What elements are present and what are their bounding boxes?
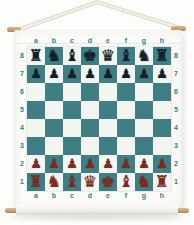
square-d2[interactable]: ♟ — [81, 155, 99, 173]
square-d3[interactable] — [81, 137, 99, 155]
square-f3[interactable] — [117, 137, 135, 155]
piece-red-pawn[interactable]: ♟ — [99, 155, 117, 173]
piece-red-bishop[interactable]: ♝ — [117, 173, 135, 191]
piece-black-pawn[interactable]: ♟ — [99, 65, 117, 83]
rank-label-7: 7 — [172, 65, 180, 83]
square-g6[interactable] — [135, 83, 153, 101]
square-d6[interactable] — [81, 83, 99, 101]
piece-red-knight[interactable]: ♞ — [135, 173, 153, 191]
file-label-g: g — [135, 36, 153, 46]
square-h5[interactable] — [153, 101, 171, 119]
square-f1[interactable]: ♝ — [117, 173, 135, 191]
square-b4[interactable] — [45, 119, 63, 137]
file-labels-top: abcdefgh — [27, 36, 171, 46]
square-d1[interactable]: ♛ — [81, 173, 99, 191]
square-a3[interactable] — [27, 137, 45, 155]
file-label-f: f — [117, 36, 135, 46]
rank-label-5: 5 — [18, 101, 26, 119]
square-c3[interactable] — [63, 137, 81, 155]
rank-label-4: 4 — [172, 119, 180, 137]
piece-red-rook[interactable]: ♜ — [153, 173, 171, 191]
square-h1[interactable]: ♜ — [153, 173, 171, 191]
demo-chessboard-photo: abcdefgh 87654321 ♜♞♝♚♛♝♞♜♟♟♟♟♟♟♟♟♟♟♟♟♟♟… — [0, 0, 194, 225]
square-g7[interactable]: ♟ — [135, 65, 153, 83]
rank-label-8: 8 — [18, 47, 26, 65]
square-e1[interactable]: ♚ — [99, 173, 117, 191]
rank-label-5: 5 — [172, 101, 180, 119]
square-e8[interactable]: ♛ — [99, 47, 117, 65]
file-labels-bottom: abcdefgh — [27, 191, 171, 201]
rank-labels-left: 87654321 — [18, 47, 26, 191]
piece-black-knight[interactable]: ♞ — [45, 47, 63, 65]
square-h3[interactable] — [153, 137, 171, 155]
piece-red-pawn[interactable]: ♟ — [27, 155, 45, 173]
square-a7[interactable]: ♟ — [27, 65, 45, 83]
rank-label-3: 3 — [18, 137, 26, 155]
square-a2[interactable]: ♟ — [27, 155, 45, 173]
square-d7[interactable]: ♟ — [81, 65, 99, 83]
piece-black-knight[interactable]: ♞ — [135, 47, 153, 65]
square-e2[interactable]: ♟ — [99, 155, 117, 173]
bottom-vinyl-sleeve — [16, 205, 178, 214]
file-label-h: h — [153, 36, 171, 46]
rank-label-3: 3 — [172, 137, 180, 155]
square-e6[interactable] — [99, 83, 117, 101]
piece-red-pawn[interactable]: ♟ — [81, 155, 99, 173]
file-label-c: c — [63, 36, 81, 46]
square-c5[interactable] — [63, 101, 81, 119]
rank-label-2: 2 — [172, 155, 180, 173]
square-f2[interactable]: ♟ — [117, 155, 135, 173]
file-label-d: d — [81, 36, 99, 46]
square-f8[interactable]: ♝ — [117, 47, 135, 65]
square-b3[interactable] — [45, 137, 63, 155]
piece-red-knight[interactable]: ♞ — [45, 173, 63, 191]
piece-black-pawn[interactable]: ♟ — [153, 65, 171, 83]
rank-label-2: 2 — [18, 155, 26, 173]
piece-red-pawn[interactable]: ♟ — [153, 155, 171, 173]
square-h8[interactable]: ♜ — [153, 47, 171, 65]
piece-red-rook[interactable]: ♜ — [27, 173, 45, 191]
square-b2[interactable]: ♟ — [45, 155, 63, 173]
square-g1[interactable]: ♞ — [135, 173, 153, 191]
piece-red-pawn[interactable]: ♟ — [135, 155, 153, 173]
file-label-g: g — [135, 191, 153, 201]
square-e5[interactable] — [99, 101, 117, 119]
piece-red-king[interactable]: ♚ — [99, 173, 117, 191]
square-f4[interactable] — [117, 119, 135, 137]
square-a5[interactable] — [27, 101, 45, 119]
square-g3[interactable] — [135, 137, 153, 155]
piece-black-rook[interactable]: ♜ — [27, 47, 45, 65]
piece-black-pawn[interactable]: ♟ — [45, 65, 63, 83]
hanging-cord — [0, 0, 194, 34]
piece-black-pawn[interactable]: ♟ — [81, 65, 99, 83]
square-h2[interactable]: ♟ — [153, 155, 171, 173]
square-b8[interactable]: ♞ — [45, 47, 63, 65]
piece-red-bishop[interactable]: ♝ — [63, 173, 81, 191]
square-e7[interactable]: ♟ — [99, 65, 117, 83]
file-label-e: e — [99, 191, 117, 201]
rank-label-6: 6 — [172, 83, 180, 101]
rank-label-1: 1 — [18, 173, 26, 191]
rank-label-8: 8 — [172, 47, 180, 65]
piece-black-pawn[interactable]: ♟ — [27, 65, 45, 83]
piece-black-bishop[interactable]: ♝ — [63, 47, 81, 65]
square-g2[interactable]: ♟ — [135, 155, 153, 173]
square-f7[interactable]: ♟ — [117, 65, 135, 83]
rank-labels-right: 87654321 — [172, 47, 180, 191]
file-label-b: b — [45, 191, 63, 201]
piece-red-pawn[interactable]: ♟ — [117, 155, 135, 173]
rank-label-4: 4 — [18, 119, 26, 137]
square-c6[interactable] — [63, 83, 81, 101]
file-label-a: a — [27, 191, 45, 201]
piece-red-pawn[interactable]: ♟ — [45, 155, 63, 173]
piece-black-king[interactable]: ♚ — [81, 47, 99, 65]
piece-black-bishop[interactable]: ♝ — [117, 47, 135, 65]
square-f5[interactable] — [117, 101, 135, 119]
square-g5[interactable] — [135, 101, 153, 119]
square-a8[interactable]: ♜ — [27, 47, 45, 65]
square-e4[interactable] — [99, 119, 117, 137]
file-label-h: h — [153, 191, 171, 201]
rank-label-6: 6 — [18, 83, 26, 101]
file-label-a: a — [27, 36, 45, 46]
square-g8[interactable]: ♞ — [135, 47, 153, 65]
square-e3[interactable] — [99, 137, 117, 155]
square-c2[interactable]: ♟ — [63, 155, 81, 173]
square-c7[interactable]: ♟ — [63, 65, 81, 83]
square-g4[interactable] — [135, 119, 153, 137]
square-a6[interactable] — [27, 83, 45, 101]
file-label-d: d — [81, 191, 99, 201]
rank-label-1: 1 — [172, 173, 180, 191]
file-label-e: e — [99, 36, 117, 46]
square-d4[interactable] — [81, 119, 99, 137]
square-h7[interactable]: ♟ — [153, 65, 171, 83]
square-h4[interactable] — [153, 119, 171, 137]
piece-red-queen[interactable]: ♛ — [81, 173, 99, 191]
file-label-c: c — [63, 191, 81, 201]
square-b7[interactable]: ♟ — [45, 65, 63, 83]
drop-shadow — [9, 214, 185, 219]
piece-black-pawn[interactable]: ♟ — [135, 65, 153, 83]
square-d5[interactable] — [81, 101, 99, 119]
piece-red-pawn[interactable]: ♟ — [63, 155, 81, 173]
file-label-b: b — [45, 36, 63, 46]
file-label-f: f — [117, 191, 135, 201]
piece-black-queen[interactable]: ♛ — [99, 47, 117, 65]
bottom-dowel — [5, 207, 189, 213]
square-c8[interactable]: ♝ — [63, 47, 81, 65]
square-a4[interactable] — [27, 119, 45, 137]
chess-board: ♜♞♝♚♛♝♞♜♟♟♟♟♟♟♟♟♟♟♟♟♟♟♟♟♜♞♝♛♚♝♞♜ — [27, 47, 171, 191]
rank-label-7: 7 — [18, 65, 26, 83]
square-b5[interactable] — [45, 101, 63, 119]
square-d8[interactable]: ♚ — [81, 47, 99, 65]
piece-black-rook[interactable]: ♜ — [153, 47, 171, 65]
square-b1[interactable]: ♞ — [45, 173, 63, 191]
piece-black-pawn[interactable]: ♟ — [117, 65, 135, 83]
square-c4[interactable] — [63, 119, 81, 137]
square-a1[interactable]: ♜ — [27, 173, 45, 191]
square-b6[interactable] — [45, 83, 63, 101]
square-c1[interactable]: ♝ — [63, 173, 81, 191]
square-f6[interactable] — [117, 83, 135, 101]
piece-black-pawn[interactable]: ♟ — [63, 65, 81, 83]
square-h6[interactable] — [153, 83, 171, 101]
